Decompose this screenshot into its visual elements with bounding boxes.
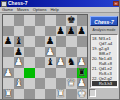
square-h2[interactable]: ♟ xyxy=(77,78,88,89)
square-d8[interactable] xyxy=(35,15,46,26)
square-f2[interactable] xyxy=(56,78,67,89)
mode-label: Analysis mode xyxy=(88,28,120,33)
square-b2[interactable]: ♝ xyxy=(14,78,25,89)
black-pawn-e6: ♟ xyxy=(46,36,55,47)
square-h5[interactable] xyxy=(77,47,88,58)
square-e3[interactable] xyxy=(45,68,56,79)
white-pawn-h4: ♟ xyxy=(77,57,86,68)
square-f1[interactable]: ♜ xyxy=(56,89,67,100)
black-bishop-e4: ♝ xyxy=(46,57,55,68)
square-e4[interactable]: ♝ xyxy=(45,57,56,68)
side-panel: Chess-7 Analysis mode 18. Nf3-e1Qd7-a419… xyxy=(88,13,120,100)
square-e6[interactable]: ♟ xyxy=(45,36,56,47)
square-d7[interactable] xyxy=(35,26,46,37)
square-c6[interactable] xyxy=(24,36,35,47)
square-c1[interactable] xyxy=(24,89,35,100)
square-a2[interactable] xyxy=(3,78,14,89)
square-d6[interactable] xyxy=(35,36,46,47)
menu-item-game[interactable]: Game xyxy=(2,7,13,13)
square-d2[interactable] xyxy=(35,78,46,89)
square-f4[interactable]: ♟ xyxy=(56,57,67,68)
square-a1[interactable]: ♜ xyxy=(3,89,14,100)
square-a7[interactable] xyxy=(3,26,14,37)
square-c5[interactable] xyxy=(24,47,35,58)
black-bishop-b6: ♝ xyxy=(14,36,23,47)
move-list[interactable]: 18. Nf3-e1Qd7-a419. g2-g3Bf8-e720. Ne1-d… xyxy=(90,34,118,88)
square-b7[interactable] xyxy=(14,26,25,37)
white-bishop-b2: ♝ xyxy=(14,78,23,89)
brand-button[interactable]: Chess-7 xyxy=(90,16,118,26)
square-b5[interactable]: ♟ xyxy=(14,47,25,58)
square-f8[interactable] xyxy=(56,15,67,26)
square-g3[interactable] xyxy=(66,68,77,79)
square-d1[interactable] xyxy=(35,89,46,100)
menu-item-help[interactable]: Help xyxy=(50,7,58,13)
square-b3[interactable] xyxy=(14,68,25,79)
square-f3[interactable] xyxy=(56,68,67,79)
square-h1[interactable]: ♚ xyxy=(77,89,88,100)
black-king-g8: ♚ xyxy=(67,15,76,26)
square-g2[interactable]: ♛ xyxy=(66,78,77,89)
square-b4[interactable]: ♟ xyxy=(14,57,25,68)
square-b1[interactable] xyxy=(14,89,25,100)
square-c4[interactable] xyxy=(24,57,35,68)
square-h8[interactable] xyxy=(77,15,88,26)
white-queen-g2: ♛ xyxy=(67,78,76,89)
white-pawn-e5: ♟ xyxy=(46,47,55,58)
square-e2[interactable] xyxy=(45,78,56,89)
square-g8[interactable]: ♚ xyxy=(66,15,77,26)
white-pawn-a3: ♟ xyxy=(4,68,13,79)
white-pawn-h2: ♟ xyxy=(77,78,86,89)
square-f7[interactable]: ♟ xyxy=(56,26,67,37)
menu-item-moves[interactable]: Moves xyxy=(17,7,29,13)
black-pawn-f7: ♟ xyxy=(56,26,65,37)
black-knight-g4: ♞ xyxy=(67,57,76,68)
menu-item-options[interactable]: Options xyxy=(33,7,47,13)
white-rook-f1: ♜ xyxy=(56,89,65,100)
square-g6[interactable] xyxy=(66,36,77,47)
black-pawn-g7: ♟ xyxy=(67,26,76,37)
white-pawn-b4: ♟ xyxy=(14,57,23,68)
square-g4[interactable]: ♞ xyxy=(66,57,77,68)
square-h7[interactable]: ♟ xyxy=(77,26,88,37)
black-pawn-b5: ♟ xyxy=(14,47,23,58)
square-f6[interactable] xyxy=(56,36,67,47)
white-pawn-f4: ♟ xyxy=(56,57,65,68)
square-c3[interactable] xyxy=(24,68,35,79)
square-a6[interactable]: ♟ xyxy=(3,36,14,47)
square-g1[interactable] xyxy=(66,89,77,100)
square-h6[interactable] xyxy=(77,36,88,47)
black-pawn-a6: ♟ xyxy=(4,36,13,47)
square-e8[interactable] xyxy=(45,15,56,26)
square-c7[interactable] xyxy=(24,26,35,37)
panel-grip[interactable] xyxy=(89,89,96,97)
square-f5[interactable] xyxy=(56,47,67,58)
square-e7[interactable] xyxy=(45,26,56,37)
square-d5[interactable] xyxy=(35,47,46,58)
square-g7[interactable]: ♟ xyxy=(66,26,77,37)
square-a8[interactable] xyxy=(3,15,14,26)
move-entry-selected[interactable]: Rc3-h3 xyxy=(92,81,117,86)
square-a5[interactable] xyxy=(3,47,14,58)
white-rook-a1: ♜ xyxy=(4,89,13,100)
square-e5[interactable]: ♟ xyxy=(45,47,56,58)
white-king-h1: ♚ xyxy=(77,89,86,100)
square-e1[interactable] xyxy=(45,89,56,100)
black-pawn-h7: ♟ xyxy=(77,26,86,37)
square-c2[interactable] xyxy=(24,78,35,89)
chess-board: ♚♟♟♟♟♝♟♟♟♟♝♟♞♟♟♜♝♛♟♜♜♚ xyxy=(2,14,88,100)
square-a4[interactable] xyxy=(3,57,14,68)
square-d4[interactable] xyxy=(35,57,46,68)
square-d3[interactable] xyxy=(35,68,46,79)
square-b8[interactable] xyxy=(14,15,25,26)
square-g5[interactable] xyxy=(66,47,77,58)
square-b6[interactable]: ♝ xyxy=(14,36,25,47)
close-button[interactable]: × xyxy=(113,1,119,6)
square-c8[interactable] xyxy=(24,15,35,26)
square-h4[interactable]: ♟ xyxy=(77,57,88,68)
square-h3[interactable]: ♜ xyxy=(77,68,88,79)
square-a3[interactable]: ♟ xyxy=(3,68,14,79)
black-rook-h3: ♜ xyxy=(77,68,86,79)
